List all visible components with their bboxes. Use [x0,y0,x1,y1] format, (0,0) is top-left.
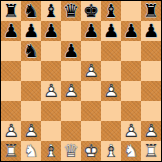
square-a4[interactable] [1,81,21,101]
square-d8[interactable]: ♛ [61,1,81,21]
square-a3[interactable] [1,101,21,121]
square-c3[interactable] [41,101,61,121]
square-f1[interactable]: ♝♗ [101,141,121,161]
square-b3[interactable] [21,101,41,121]
piece-black-pawn-icon: ♟ [1,21,21,41]
square-g1[interactable]: ♞♘ [121,141,141,161]
square-d4[interactable]: ♟♙ [61,81,81,101]
square-f7[interactable]: ♟ [101,21,121,41]
square-c1[interactable]: ♝♗ [41,141,61,161]
square-d5[interactable] [61,61,81,81]
piece-black-knight-icon: ♞ [21,41,41,61]
piece-black-knight-icon: ♞ [21,1,41,21]
square-f6[interactable] [101,41,121,61]
square-h5[interactable] [141,61,161,81]
square-b4[interactable] [21,81,41,101]
square-f8[interactable]: ♝ [101,1,121,21]
white-piece-outline: ♙ [81,61,101,81]
square-h3[interactable] [141,101,161,121]
piece-black-pawn-icon: ♟ [101,21,121,41]
square-e4[interactable] [81,81,101,101]
piece-white-knight-icon: ♞♘ [21,141,41,161]
white-piece-outline: ♔ [81,141,101,161]
square-a1[interactable]: ♜♖ [1,141,21,161]
square-h4[interactable] [141,81,161,101]
piece-black-bishop-icon: ♝ [41,1,61,21]
white-piece-outline: ♗ [41,141,61,161]
white-piece-outline: ♙ [41,81,61,101]
square-e7[interactable]: ♟ [81,21,101,41]
white-piece-outline: ♖ [141,141,161,161]
square-g4[interactable] [121,81,141,101]
square-a6[interactable] [1,41,21,61]
piece-black-pawn-icon: ♟ [21,21,41,41]
piece-black-pawn-icon: ♟ [61,41,81,61]
square-d2[interactable] [61,121,81,141]
white-piece-outline: ♙ [1,121,21,141]
square-g3[interactable] [121,101,141,121]
piece-white-rook-icon: ♜♖ [1,141,21,161]
square-a2[interactable]: ♟♙ [1,121,21,141]
square-e3[interactable] [81,101,101,121]
chess-board: ♜♞♝♛♚♝♜♟♟♟♟♟♟♟♞♟♟♙♟♙♟♙♟♙♟♙♟♙♟♙♟♙♜♖♞♘♝♗♛♕… [0,0,162,162]
square-c8[interactable]: ♝ [41,1,61,21]
piece-white-pawn-icon: ♟♙ [81,61,101,81]
square-h7[interactable]: ♟ [141,21,161,41]
piece-black-pawn-icon: ♟ [81,21,101,41]
square-b1[interactable]: ♞♘ [21,141,41,161]
square-g6[interactable] [121,41,141,61]
white-piece-outline: ♙ [61,81,81,101]
square-a8[interactable]: ♜ [1,1,21,21]
white-piece-outline: ♗ [101,141,121,161]
piece-black-pawn-icon: ♟ [141,21,161,41]
square-h6[interactable] [141,41,161,61]
square-b6[interactable]: ♞ [21,41,41,61]
white-piece-outline: ♖ [1,141,21,161]
piece-white-bishop-icon: ♝♗ [101,141,121,161]
piece-black-king-icon: ♚ [81,1,101,21]
white-piece-outline: ♙ [101,81,121,101]
square-e2[interactable] [81,121,101,141]
piece-white-pawn-icon: ♟♙ [61,81,81,101]
piece-white-rook-icon: ♜♖ [141,141,161,161]
piece-white-king-icon: ♚♔ [81,141,101,161]
piece-white-pawn-icon: ♟♙ [121,121,141,141]
square-a5[interactable] [1,61,21,81]
square-g2[interactable]: ♟♙ [121,121,141,141]
white-piece-outline: ♘ [21,141,41,161]
white-piece-outline: ♘ [121,141,141,161]
square-d3[interactable] [61,101,81,121]
square-b7[interactable]: ♟ [21,21,41,41]
square-h1[interactable]: ♜♖ [141,141,161,161]
chess-board-window: ♜♞♝♛♚♝♜♟♟♟♟♟♟♟♞♟♟♙♟♙♟♙♟♙♟♙♟♙♟♙♟♙♜♖♞♘♝♗♛♕… [0,0,162,162]
piece-white-bishop-icon: ♝♗ [41,141,61,161]
square-d1[interactable]: ♛♕ [61,141,81,161]
square-e8[interactable]: ♚ [81,1,101,21]
piece-white-pawn-icon: ♟♙ [41,81,61,101]
square-c6[interactable] [41,41,61,61]
square-h2[interactable]: ♟♙ [141,121,161,141]
white-piece-outline: ♕ [61,141,81,161]
piece-white-pawn-icon: ♟♙ [141,121,161,141]
square-b2[interactable]: ♟♙ [21,121,41,141]
square-c2[interactable] [41,121,61,141]
square-f2[interactable] [101,121,121,141]
square-g8[interactable] [121,1,141,21]
piece-black-rook-icon: ♜ [141,1,161,21]
square-f4[interactable]: ♟♙ [101,81,121,101]
square-b5[interactable] [21,61,41,81]
square-e5[interactable]: ♟♙ [81,61,101,81]
square-c4[interactable]: ♟♙ [41,81,61,101]
white-piece-outline: ♙ [21,121,41,141]
square-f5[interactable] [101,61,121,81]
piece-black-pawn-icon: ♟ [41,21,61,41]
piece-black-rook-icon: ♜ [1,1,21,21]
square-a7[interactable]: ♟ [1,21,21,41]
square-g7[interactable]: ♟ [121,21,141,41]
piece-white-pawn-icon: ♟♙ [101,81,121,101]
piece-white-pawn-icon: ♟♙ [21,121,41,141]
square-b8[interactable]: ♞ [21,1,41,21]
square-d6[interactable]: ♟ [61,41,81,61]
piece-black-bishop-icon: ♝ [101,1,121,21]
piece-white-pawn-icon: ♟♙ [1,121,21,141]
piece-black-pawn-icon: ♟ [121,21,141,41]
square-e1[interactable]: ♚♔ [81,141,101,161]
square-f3[interactable] [101,101,121,121]
square-c5[interactable] [41,61,61,81]
white-piece-outline: ♙ [121,121,141,141]
piece-white-queen-icon: ♛♕ [61,141,81,161]
square-c7[interactable]: ♟ [41,21,61,41]
square-h8[interactable]: ♜ [141,1,161,21]
square-e6[interactable] [81,41,101,61]
square-g5[interactable] [121,61,141,81]
white-piece-outline: ♙ [141,121,161,141]
square-d7[interactable] [61,21,81,41]
piece-black-queen-icon: ♛ [61,1,81,21]
piece-white-knight-icon: ♞♘ [121,141,141,161]
